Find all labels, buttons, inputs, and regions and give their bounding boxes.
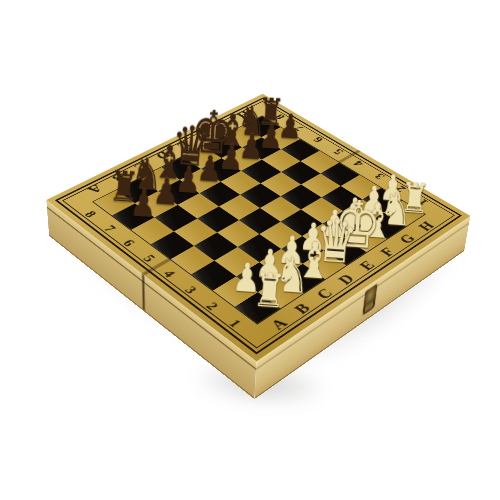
square-a1[interactable]: ♜ <box>235 292 281 324</box>
chess-board: ♜♞♝♛♚♝♞♜♟♟♟♟♟♟♟♟♟♟♟♟♟♟♟♟♜♞♝♛♚♝♞♜ AABBCCD… <box>46 94 470 362</box>
chess-set-photo: ♜♞♝♛♚♝♞♜♟♟♟♟♟♟♟♟♟♟♟♟♟♟♟♟♜♞♝♛♚♝♞♜ AABBCCD… <box>0 0 500 500</box>
piece-black-pawn[interactable]: ♟ <box>115 184 170 224</box>
perspective-wrap: ♜♞♝♛♚♝♞♜♟♟♟♟♟♟♟♟♟♟♟♟♟♟♟♟♜♞♝♛♚♝♞♜ AABBCCD… <box>0 0 500 500</box>
box-fold-gap <box>141 273 145 311</box>
brass-clasp <box>363 283 378 315</box>
clasp-hook <box>365 299 374 315</box>
piece-white-rook[interactable]: ♜ <box>239 267 299 317</box>
